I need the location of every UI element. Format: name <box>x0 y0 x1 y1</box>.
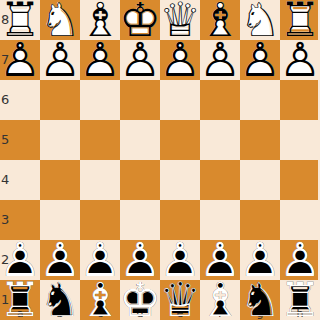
square-d4[interactable] <box>120 160 160 200</box>
piece-outline-glyph: ♖ <box>0 280 40 320</box>
piece-black-bishop[interactable]: ♝♗ <box>80 280 120 320</box>
piece-outline-glyph: ♔ <box>120 280 160 320</box>
piece-outline-glyph: ♗ <box>80 280 120 320</box>
square-b1[interactable]: ♞♘ <box>40 280 80 320</box>
square-g4[interactable] <box>240 160 280 200</box>
square-e1[interactable]: ♛♕ <box>160 280 200 320</box>
square-e7[interactable]: ♟♙ <box>160 40 200 80</box>
square-d7[interactable]: ♟♙ <box>120 40 160 80</box>
piece-outline-glyph: ♘ <box>240 280 280 320</box>
piece-outline-glyph: ♙ <box>280 40 320 80</box>
piece-white-pawn[interactable]: ♟♙ <box>80 40 120 80</box>
piece-outline-glyph: ♗ <box>200 280 240 320</box>
square-a5[interactable] <box>0 120 40 160</box>
square-h4[interactable] <box>280 160 320 200</box>
square-h7[interactable]: ♟♙ <box>280 40 320 80</box>
square-a1[interactable]: ♜♖ <box>0 280 40 320</box>
square-g5[interactable] <box>240 120 280 160</box>
piece-white-pawn[interactable]: ♟♙ <box>280 40 320 80</box>
square-d5[interactable] <box>120 120 160 160</box>
piece-outline-glyph: ♙ <box>200 40 240 80</box>
square-c1[interactable]: ♝♗ <box>80 280 120 320</box>
square-f5[interactable] <box>200 120 240 160</box>
piece-white-pawn[interactable]: ♟♙ <box>200 40 240 80</box>
square-f4[interactable] <box>200 160 240 200</box>
piece-outline-glyph: ♙ <box>80 40 120 80</box>
square-b5[interactable] <box>40 120 80 160</box>
square-e4[interactable] <box>160 160 200 200</box>
piece-black-king[interactable]: ♚♔ <box>120 280 160 320</box>
piece-outline-glyph: ♘ <box>40 280 80 320</box>
square-b4[interactable] <box>40 160 80 200</box>
square-f1[interactable]: ♝♗ <box>200 280 240 320</box>
piece-black-rook[interactable]: ♜♖ <box>280 280 320 320</box>
piece-black-bishop[interactable]: ♝♗ <box>200 280 240 320</box>
piece-outline-glyph: ♙ <box>40 40 80 80</box>
square-g1[interactable]: ♞♘ <box>240 280 280 320</box>
piece-white-pawn[interactable]: ♟♙ <box>120 40 160 80</box>
piece-outline-glyph: ♙ <box>160 40 200 80</box>
square-h5[interactable] <box>280 120 320 160</box>
square-a4[interactable] <box>0 160 40 200</box>
square-g7[interactable]: ♟♙ <box>240 40 280 80</box>
square-e5[interactable] <box>160 120 200 160</box>
square-f7[interactable]: ♟♙ <box>200 40 240 80</box>
square-c5[interactable] <box>80 120 120 160</box>
piece-white-pawn[interactable]: ♟♙ <box>240 40 280 80</box>
piece-black-knight[interactable]: ♞♘ <box>240 280 280 320</box>
piece-black-rook[interactable]: ♜♖ <box>0 280 40 320</box>
square-c7[interactable]: ♟♙ <box>80 40 120 80</box>
chess-board: 87654321abcdefgh ♜♖♞♘♝♗♚♔♛♕♝♗♞♘♜♖♟♙♟♙♟♙♟… <box>0 0 320 320</box>
square-d1[interactable]: ♚♔ <box>120 280 160 320</box>
square-a7[interactable]: ♟♙ <box>0 40 40 80</box>
piece-black-queen[interactable]: ♛♕ <box>160 280 200 320</box>
square-h1[interactable]: ♜♖ <box>280 280 320 320</box>
piece-white-pawn[interactable]: ♟♙ <box>0 40 40 80</box>
piece-white-pawn[interactable]: ♟♙ <box>160 40 200 80</box>
piece-outline-glyph: ♙ <box>0 40 40 80</box>
piece-outline-glyph: ♙ <box>120 40 160 80</box>
piece-outline-glyph: ♙ <box>240 40 280 80</box>
square-c4[interactable] <box>80 160 120 200</box>
piece-white-pawn[interactable]: ♟♙ <box>40 40 80 80</box>
piece-black-knight[interactable]: ♞♘ <box>40 280 80 320</box>
piece-outline-glyph: ♖ <box>280 280 320 320</box>
square-b7[interactable]: ♟♙ <box>40 40 80 80</box>
piece-outline-glyph: ♕ <box>160 280 200 320</box>
